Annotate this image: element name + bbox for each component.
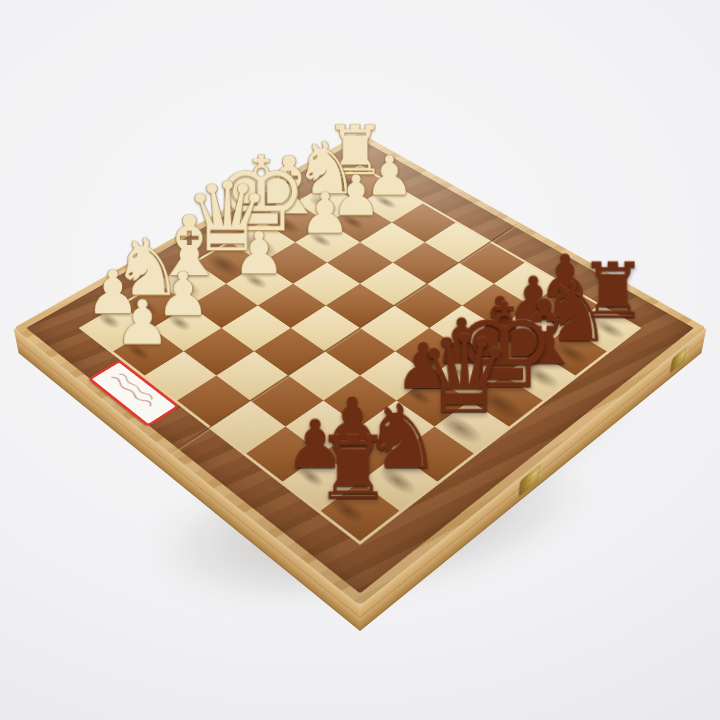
piece-white-pawn-d2[interactable]: ♟ — [233, 224, 285, 282]
product-photo-stage: ♟♟♞♟♝♛♟♚♝♟♞♟♜♟♟♜♟♞♟♛♟♚♟♝♟♞♟♜ — [0, 0, 720, 720]
piece-black-rook-a8[interactable]: ♜ — [314, 425, 392, 512]
piece-white-pawn-a2[interactable]: ♟ — [115, 292, 170, 353]
chess-board: ♟♟♞♟♝♛♟♚♝♟♞♟♜♟♟♜♟♞♟♛♟♚♟♝♟♞♟♜ — [14, 133, 707, 606]
scene: ♟♟♞♟♝♛♟♚♝♟♞♟♜♟♟♜♟♞♟♛♟♚♟♝♟♞♟♜ — [0, 0, 720, 720]
